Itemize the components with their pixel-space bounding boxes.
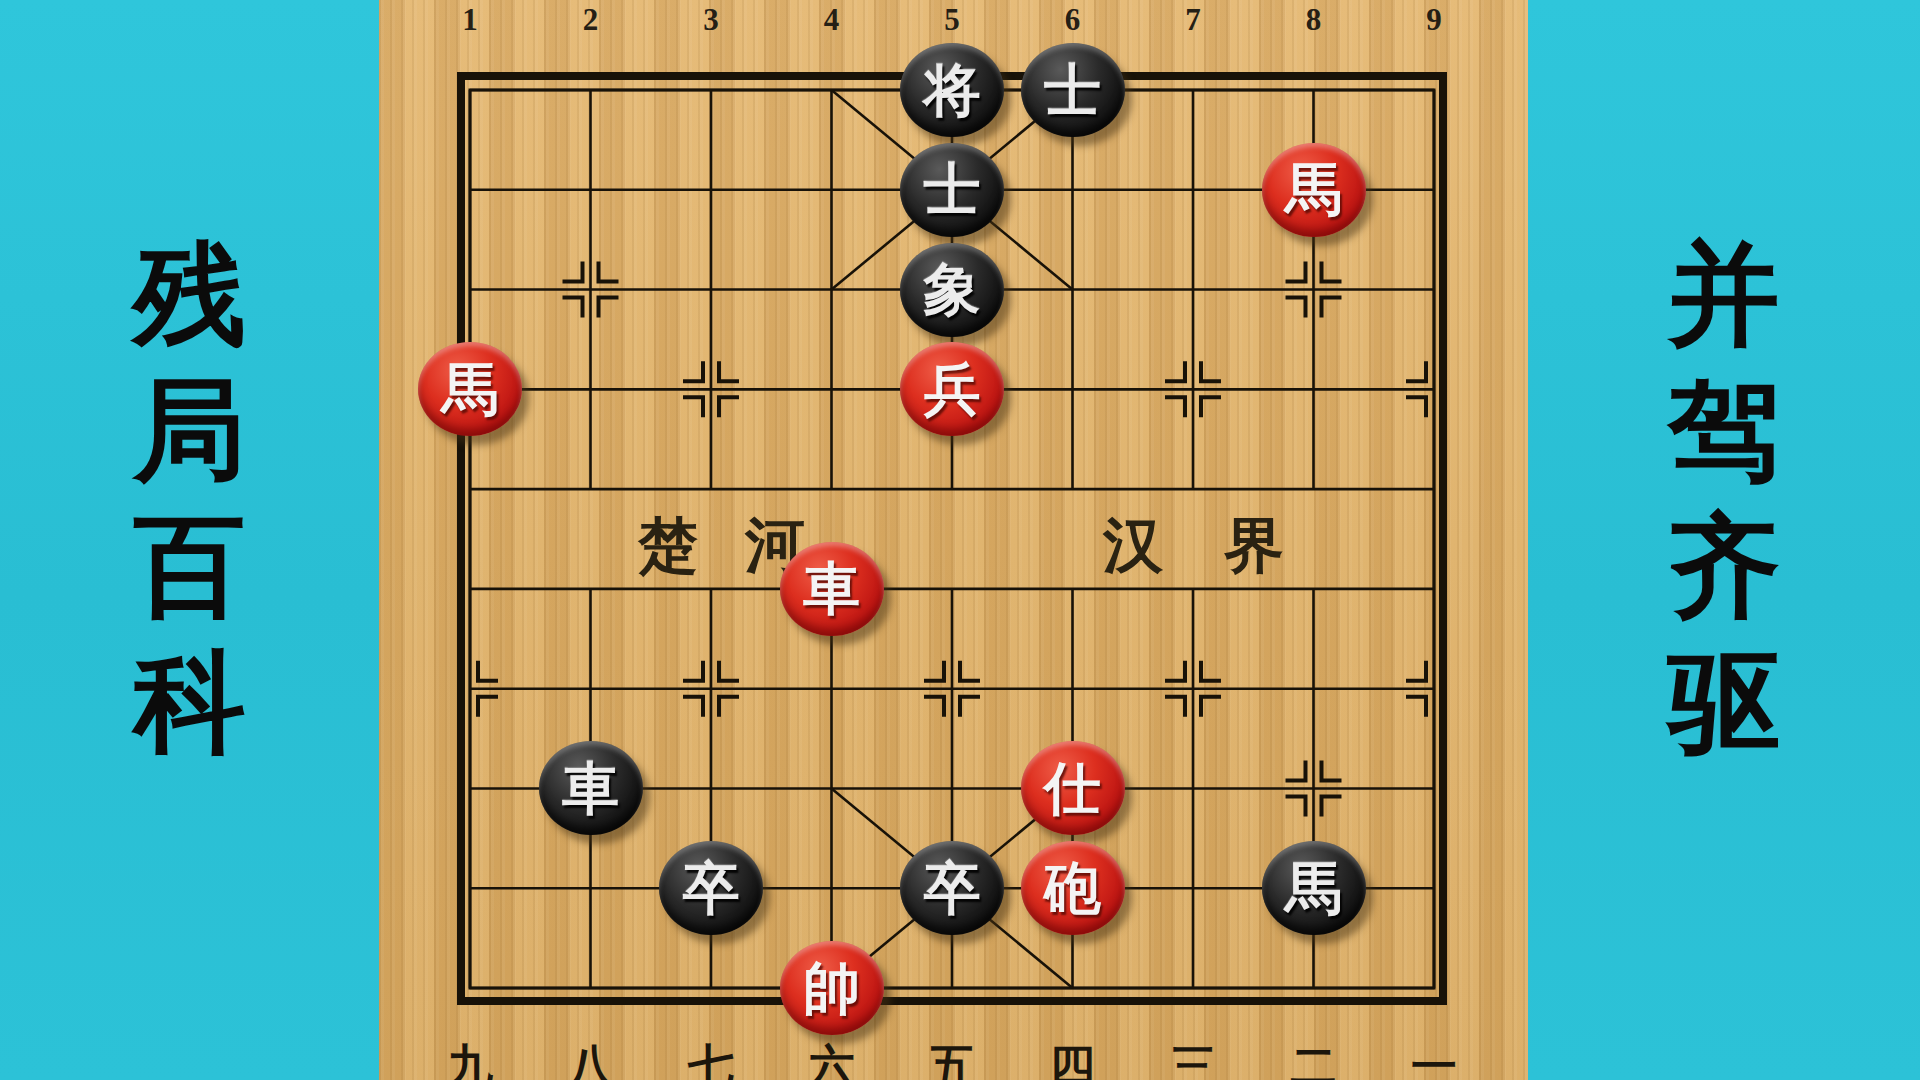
piece-glyph: 将 — [924, 62, 981, 119]
river-char-jie: 界 — [1214, 506, 1294, 587]
banner-right: 并驾齐驱 — [1528, 239, 1920, 759]
file-number-bottom: 七 — [676, 1036, 746, 1080]
banner-char: 百 — [134, 511, 246, 623]
banner-char: 局 — [134, 375, 246, 487]
piece-glyph: 馬 — [1285, 161, 1342, 218]
file-number-bottom: 一 — [1399, 1036, 1469, 1080]
piece-black-将[interactable]: 将 — [900, 43, 1004, 137]
piece-black-象[interactable]: 象 — [900, 243, 1004, 337]
banner-char: 科 — [134, 647, 246, 759]
piece-glyph: 車 — [562, 760, 619, 817]
file-number-top: 3 — [681, 2, 741, 38]
file-number-bottom: 八 — [556, 1036, 626, 1080]
banner-char: 残 — [134, 239, 246, 351]
piece-black-馬[interactable]: 馬 — [1262, 841, 1366, 935]
file-number-bottom: 九 — [435, 1036, 505, 1080]
file-number-top: 2 — [561, 2, 621, 38]
piece-red-兵[interactable]: 兵 — [900, 342, 1004, 436]
piece-glyph: 車 — [803, 560, 860, 617]
piece-black-車[interactable]: 車 — [539, 741, 643, 835]
banner-char: 驾 — [1668, 375, 1780, 487]
piece-glyph: 仕 — [1044, 760, 1101, 817]
file-number-top: 4 — [802, 2, 862, 38]
file-number-top: 5 — [922, 2, 982, 38]
banner-char: 并 — [1668, 239, 1780, 351]
file-number-bottom: 二 — [1279, 1036, 1349, 1080]
piece-glyph: 帥 — [803, 960, 860, 1017]
file-number-top: 1 — [440, 2, 500, 38]
piece-red-馬[interactable]: 馬 — [1262, 143, 1366, 237]
piece-glyph: 士 — [924, 161, 981, 218]
banner-char: 驱 — [1668, 647, 1780, 759]
piece-red-仕[interactable]: 仕 — [1021, 741, 1125, 835]
file-number-bottom: 三 — [1158, 1036, 1228, 1080]
piece-glyph: 砲 — [1044, 860, 1101, 917]
piece-glyph: 象 — [924, 261, 981, 318]
file-number-bottom: 五 — [917, 1036, 987, 1080]
piece-black-卒[interactable]: 卒 — [900, 841, 1004, 935]
banner-char: 齐 — [1668, 511, 1780, 623]
piece-glyph: 兵 — [924, 361, 981, 418]
piece-black-卒[interactable]: 卒 — [659, 841, 763, 935]
file-number-top: 9 — [1404, 2, 1464, 38]
river-char-chu: 楚 — [628, 506, 708, 587]
piece-red-馬[interactable]: 馬 — [418, 342, 522, 436]
file-number-top: 6 — [1043, 2, 1103, 38]
banner-left: 残局百科 — [0, 239, 379, 759]
piece-glyph: 馬 — [1285, 860, 1342, 917]
file-number-top: 8 — [1284, 2, 1344, 38]
piece-black-士[interactable]: 士 — [900, 143, 1004, 237]
piece-glyph: 卒 — [924, 860, 981, 917]
piece-red-車[interactable]: 車 — [780, 542, 884, 636]
piece-glyph: 馬 — [442, 361, 499, 418]
file-number-bottom: 四 — [1038, 1036, 1108, 1080]
xiangqi-scene: 残局百科 并驾齐驱 123456789九八七六五四三二一楚河汉界将士士象馬馬兵車… — [0, 0, 1920, 1080]
river-char-han: 汉 — [1093, 506, 1173, 587]
piece-glyph: 士 — [1044, 62, 1101, 119]
piece-black-士[interactable]: 士 — [1021, 43, 1125, 137]
piece-red-砲[interactable]: 砲 — [1021, 841, 1125, 935]
file-number-top: 7 — [1163, 2, 1223, 38]
piece-glyph: 卒 — [683, 860, 740, 917]
piece-red-帥[interactable]: 帥 — [780, 941, 884, 1035]
file-number-bottom: 六 — [797, 1036, 867, 1080]
